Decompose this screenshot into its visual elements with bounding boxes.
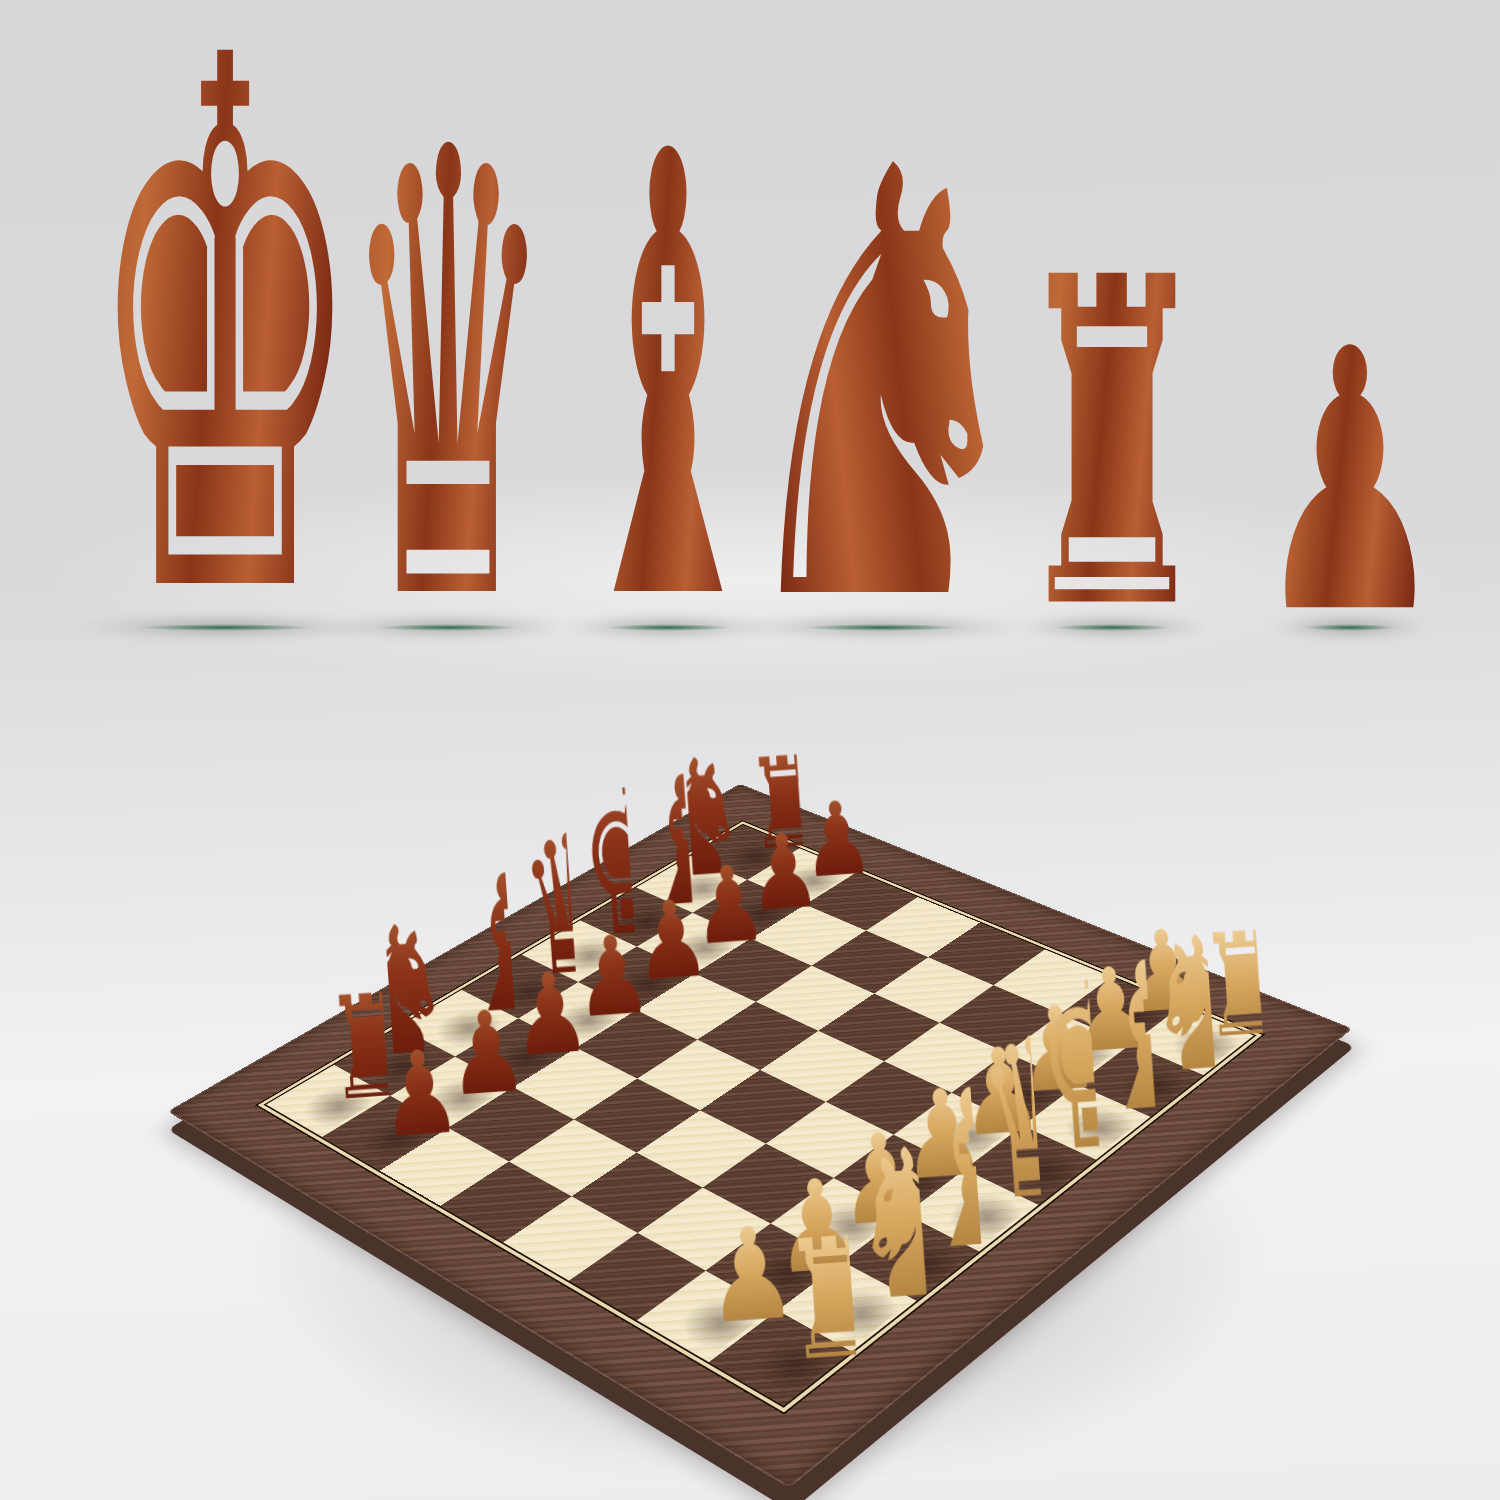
- showcase-pawn: ♟: [1189, 335, 1500, 630]
- piece-white-pawn[interactable]: ♟: [701, 1208, 788, 1342]
- piece-white-rook[interactable]: ♜: [779, 1216, 858, 1385]
- rook-icon: ♜: [1011, 261, 1213, 630]
- pawn-icon: ♟: [1253, 335, 1447, 630]
- chessboard-scene: ♜♞♝♛♚♝♞♜♟♟♟♟♟♟♟♟♟♟♟♟♟♟♟♟♜♞♝♛♚♝♞♜: [312, 622, 1209, 1500]
- product-photo: ♚ ♛ ♝ ♞ ♜ ♟ ♜♞♝♛♚♝♞♜♟♟♟♟♟♟♟♟♟♟♟♟♟♟♟♟♜♞♝♛…: [0, 0, 1500, 1500]
- board-grid: ♜♞♝♛♚♝♞♜♟♟♟♟♟♟♟♟♟♟♟♟♟♟♟♟♜♞♝♛♚♝♞♜: [266, 825, 1254, 1406]
- piece-showcase: ♚ ♛ ♝ ♞ ♜ ♟: [0, 0, 1500, 640]
- piece-black-pawn[interactable]: ♟: [376, 1034, 454, 1154]
